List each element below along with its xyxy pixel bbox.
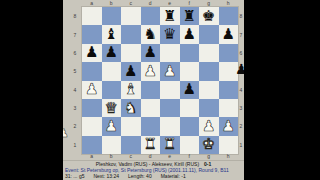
black-queen: ♛ [163, 27, 176, 42]
square-g5[interactable] [199, 62, 219, 80]
square-e5[interactable]: ♟ [160, 62, 180, 80]
square-b3[interactable]: ♛ [102, 99, 122, 117]
square-b8[interactable] [102, 7, 122, 25]
rank-label-8: 8 [238, 7, 244, 25]
square-f5[interactable] [180, 62, 200, 80]
file-label-g: g [199, 0, 219, 7]
rank-labels-right: 87654321 [238, 7, 244, 154]
rank-label-8: 8 [71, 7, 79, 25]
square-g3[interactable] [199, 99, 219, 117]
material-white-pawn-indicator: ♟ [63, 127, 69, 139]
square-a1[interactable] [82, 136, 102, 154]
square-c4[interactable]: ♝ [121, 81, 141, 99]
white-rook: ♜ [144, 137, 157, 152]
file-label-b: b [102, 153, 122, 160]
square-c6[interactable] [121, 44, 141, 62]
square-a2[interactable] [82, 117, 102, 135]
rank-label-6: 6 [71, 44, 79, 62]
black-pawn: ♟ [105, 45, 118, 60]
square-b6[interactable]: ♟ [102, 44, 122, 62]
square-g7[interactable] [199, 25, 219, 43]
black-pawn: ♟ [124, 64, 137, 79]
file-label-c: c [121, 0, 141, 7]
rank-label-7: 7 [238, 25, 244, 43]
square-e7[interactable]: ♛ [160, 25, 180, 43]
rank-label-2: 2 [238, 117, 244, 135]
square-a4[interactable]: ♟ [82, 81, 102, 99]
black-rook: ♜ [183, 9, 196, 24]
square-c5[interactable]: ♟ [121, 62, 141, 80]
rank-label-7: 7 [71, 25, 79, 43]
white-pawn: ♟ [163, 64, 176, 79]
rank-label-6: 6 [238, 44, 244, 62]
video-content-area: abcdefgh 87654321 ♜♜♚♝♞♛♟♟♟♟♟♟♟♟♟♝♟♛♞♟♟♟… [63, 0, 244, 180]
square-b7[interactable]: ♝ [102, 25, 122, 43]
square-h4[interactable] [219, 81, 239, 99]
rank-labels-left: 87654321 [71, 7, 79, 154]
white-pawn: ♟ [144, 64, 157, 79]
letterbox-background: abcdefgh 87654321 ♜♜♚♝♞♛♟♟♟♟♟♟♟♟♟♝♟♛♞♟♟♟… [0, 0, 320, 180]
rank-label-1: 1 [238, 136, 244, 154]
square-h1[interactable] [219, 136, 239, 154]
square-d1[interactable]: ♜ [141, 136, 161, 154]
square-d6[interactable]: ♟ [141, 44, 161, 62]
rank-label-4: 4 [238, 81, 244, 99]
square-g6[interactable] [199, 44, 219, 62]
square-d2[interactable] [141, 117, 161, 135]
white-bishop: ♝ [124, 82, 137, 97]
square-c1[interactable] [121, 136, 141, 154]
file-label-b: b [102, 0, 122, 7]
black-rook: ♜ [163, 9, 176, 24]
material-black-pawn-indicator: ♟ [235, 62, 244, 76]
length-text: Length: 40 [128, 173, 152, 179]
square-e3[interactable] [160, 99, 180, 117]
square-c3[interactable]: ♞ [121, 99, 141, 117]
file-label-e: e [160, 153, 180, 160]
file-label-a: a [82, 153, 102, 160]
black-bishop: ♝ [105, 27, 118, 42]
rank-label-3: 3 [238, 99, 244, 117]
file-label-c: c [121, 153, 141, 160]
square-g2[interactable]: ♟ [199, 117, 219, 135]
square-f6[interactable] [180, 44, 200, 62]
square-d4[interactable] [141, 81, 161, 99]
square-e4[interactable] [160, 81, 180, 99]
file-label-d: d [141, 0, 161, 7]
square-d8[interactable] [141, 7, 161, 25]
file-label-h: h [219, 0, 239, 7]
square-a3[interactable] [82, 99, 102, 117]
square-h6[interactable] [219, 44, 239, 62]
square-e6[interactable] [160, 44, 180, 62]
black-pawn: ♟ [144, 45, 157, 60]
black-pawn: ♟ [85, 45, 98, 60]
square-d7[interactable]: ♞ [141, 25, 161, 43]
white-knight: ♞ [124, 101, 137, 116]
square-e2[interactable] [160, 117, 180, 135]
white-queen: ♛ [105, 101, 118, 116]
white-pawn: ♟ [202, 119, 215, 134]
white-king: ♚ [202, 137, 215, 152]
file-label-a: a [82, 0, 102, 7]
black-pawn: ♟ [222, 27, 235, 42]
square-f1[interactable] [180, 136, 200, 154]
file-label-h: h [219, 153, 239, 160]
black-pawn: ♟ [183, 82, 196, 97]
file-label-f: f [180, 0, 200, 7]
black-knight: ♞ [144, 27, 157, 42]
square-g4[interactable] [199, 81, 219, 99]
square-f4[interactable]: ♟ [180, 81, 200, 99]
file-labels-top: abcdefgh [82, 0, 238, 7]
square-b1[interactable] [102, 136, 122, 154]
square-c8[interactable] [121, 7, 141, 25]
square-c2[interactable] [121, 117, 141, 135]
file-label-e: e [160, 0, 180, 7]
square-h7[interactable]: ♟ [219, 25, 239, 43]
file-label-f: f [180, 153, 200, 160]
square-b4[interactable] [102, 81, 122, 99]
status-bar: Pleshkov, Vadim (RUS) - Alekseev, Kirill… [63, 160, 244, 180]
white-rook: ♜ [163, 137, 176, 152]
square-f3[interactable] [180, 99, 200, 117]
black-king: ♚ [202, 9, 215, 24]
white-pawn: ♟ [85, 82, 98, 97]
rank-label-2: 2 [71, 117, 79, 135]
white-pawn: ♟ [222, 119, 235, 134]
square-h2[interactable]: ♟ [219, 117, 239, 135]
square-f8[interactable]: ♜ [180, 7, 200, 25]
file-labels-bottom: abcdefgh [82, 153, 238, 160]
white-pawn: ♟ [105, 119, 118, 134]
rank-label-3: 3 [71, 99, 79, 117]
rank-label-4: 4 [71, 81, 79, 99]
material-text: Material: -1 [161, 173, 186, 179]
square-g8[interactable]: ♚ [199, 7, 219, 25]
square-b2[interactable]: ♟ [102, 117, 122, 135]
square-g1[interactable]: ♚ [199, 136, 219, 154]
square-f2[interactable] [180, 117, 200, 135]
square-e1[interactable]: ♜ [160, 136, 180, 154]
square-h8[interactable] [219, 7, 239, 25]
black-pawn: ♟ [183, 27, 196, 42]
file-label-g: g [199, 153, 219, 160]
rank-label-1: 1 [71, 136, 79, 154]
square-h3[interactable] [219, 99, 239, 117]
file-label-d: d [141, 153, 161, 160]
square-a5[interactable] [82, 62, 102, 80]
rank-label-5: 5 [71, 62, 79, 80]
next-text: Next: 13:24 [93, 173, 119, 179]
chess-board: ♜♜♚♝♞♛♟♟♟♟♟♟♟♟♟♝♟♛♞♟♟♟♜♜♚ [82, 7, 238, 154]
square-f7[interactable]: ♟ [180, 25, 200, 43]
info-line: 31: ... g5 Next: 13:24 Length: 40 Materi… [63, 173, 244, 179]
move-text: 31: ... g5 [65, 173, 84, 179]
square-d5[interactable]: ♟ [141, 62, 161, 80]
event-line: Event: St Petersburg op, St Petersburg (… [63, 167, 244, 173]
square-a7[interactable] [82, 25, 102, 43]
square-a6[interactable]: ♟ [82, 44, 102, 62]
square-e8[interactable]: ♜ [160, 7, 180, 25]
square-a8[interactable] [82, 7, 102, 25]
square-c7[interactable] [121, 25, 141, 43]
square-d3[interactable] [141, 99, 161, 117]
square-b5[interactable] [102, 62, 122, 80]
